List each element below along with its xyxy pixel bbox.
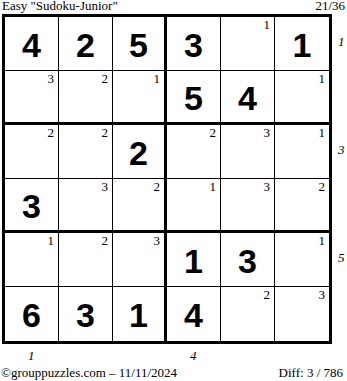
cell-value: 4 (184, 298, 203, 332)
cell-r1c4[interactable]: 3 (167, 17, 221, 71)
cell-r4c2[interactable]: 3 (59, 179, 113, 233)
pencil-mark: 3 (48, 72, 55, 85)
cell-r2c3[interactable]: 1 (113, 71, 167, 125)
cell-r6c1[interactable]: 6 (5, 287, 59, 341)
col-label-1: 1 (28, 349, 35, 362)
cell-value: 5 (184, 81, 203, 115)
cell-value: 3 (184, 28, 203, 62)
col-label-4: 4 (190, 349, 197, 362)
cell-r2c5[interactable]: 4 (221, 71, 275, 125)
puzzle-title: Easy "Sudoku-Junior" (0, 0, 118, 12)
cell-r2c4[interactable]: 5 (167, 71, 221, 125)
copyright-text: ©grouppuzzles.com – 11/11/2024 (0, 366, 177, 380)
cell-r5c3[interactable]: 3 (113, 233, 167, 287)
puzzle-counter: 21/36 (315, 0, 347, 12)
pencil-mark: 2 (102, 72, 109, 85)
difficulty-text: Diff: 3 / 786 (279, 366, 347, 380)
pencil-mark: 3 (264, 126, 271, 139)
header: Easy "Sudoku-Junior" 21/36 (0, 0, 347, 13)
pencil-mark: 2 (319, 180, 326, 193)
row-coordinate-labels: 135 (338, 14, 347, 344)
cell-value: 3 (22, 189, 41, 223)
cell-r6c5[interactable]: 2 (221, 287, 275, 341)
cell-r6c6[interactable]: 3 (275, 287, 329, 341)
cell-r4c5[interactable]: 3 (221, 179, 275, 233)
cell-value: 2 (76, 28, 95, 62)
cell-r6c4[interactable]: 4 (167, 287, 221, 341)
cell-r6c2[interactable]: 3 (59, 287, 113, 341)
row-label-3: 3 (338, 143, 345, 156)
puzzle-page: Easy "Sudoku-Junior" 21/36 4253113215412… (0, 0, 347, 381)
cell-value: 4 (22, 28, 41, 62)
cell-r3c1[interactable]: 2 (5, 125, 59, 179)
row-label-1: 1 (338, 35, 345, 48)
cell-r5c4[interactable]: 1 (167, 233, 221, 287)
pencil-mark: 2 (210, 126, 217, 139)
cell-r1c1[interactable]: 4 (5, 17, 59, 71)
pencil-mark: 2 (154, 180, 161, 193)
pencil-mark: 1 (210, 180, 217, 193)
cell-r2c1[interactable]: 3 (5, 71, 59, 125)
pencil-mark: 3 (102, 180, 109, 193)
pencil-mark: 1 (319, 72, 326, 85)
cell-r3c4[interactable]: 2 (167, 125, 221, 179)
cell-r3c5[interactable]: 3 (221, 125, 275, 179)
pencil-mark: 3 (154, 234, 161, 247)
cell-r3c3[interactable]: 2 (113, 125, 167, 179)
pencil-mark: 1 (319, 126, 326, 139)
row-label-5: 5 (338, 251, 345, 264)
cell-r5c6[interactable]: 1 (275, 233, 329, 287)
pencil-mark: 2 (264, 288, 271, 301)
cell-value: 1 (129, 298, 148, 332)
sudoku-board: 425311321541222231332132123131631423 (2, 14, 332, 344)
cell-value: 1 (184, 244, 203, 278)
pencil-mark: 1 (154, 72, 161, 85)
cell-r1c6[interactable]: 1 (275, 17, 329, 71)
pencil-mark: 2 (48, 126, 55, 139)
cell-value: 6 (22, 298, 41, 332)
cell-r4c4[interactable]: 1 (167, 179, 221, 233)
pencil-mark: 3 (319, 288, 326, 301)
cell-r4c1[interactable]: 3 (5, 179, 59, 233)
cell-value: 3 (76, 298, 95, 332)
cell-value: 2 (129, 136, 148, 170)
pencil-mark: 1 (48, 234, 55, 247)
cell-r3c2[interactable]: 2 (59, 125, 113, 179)
cell-r5c2[interactable]: 2 (59, 233, 113, 287)
cell-r4c3[interactable]: 2 (113, 179, 167, 233)
cell-r6c3[interactable]: 1 (113, 287, 167, 341)
cell-r1c3[interactable]: 5 (113, 17, 167, 71)
cell-r5c1[interactable]: 1 (5, 233, 59, 287)
cell-r2c2[interactable]: 2 (59, 71, 113, 125)
cell-r5c5[interactable]: 3 (221, 233, 275, 287)
pencil-mark: 1 (319, 234, 326, 247)
cell-r1c5[interactable]: 1 (221, 17, 275, 71)
cell-value: 1 (293, 28, 312, 62)
pencil-mark: 3 (264, 180, 271, 193)
cell-r4c6[interactable]: 2 (275, 179, 329, 233)
cell-r1c2[interactable]: 2 (59, 17, 113, 71)
cell-value: 4 (238, 81, 257, 115)
pencil-mark: 2 (102, 234, 109, 247)
pencil-mark: 2 (102, 126, 109, 139)
cell-value: 5 (129, 28, 148, 62)
cell-r2c6[interactable]: 1 (275, 71, 329, 125)
cell-r3c6[interactable]: 1 (275, 125, 329, 179)
col-coordinate-labels: 14 (2, 347, 334, 362)
cell-value: 3 (238, 244, 257, 278)
footer: ©grouppuzzles.com – 11/11/2024 Diff: 3 /… (0, 366, 347, 380)
pencil-mark: 1 (264, 18, 271, 31)
